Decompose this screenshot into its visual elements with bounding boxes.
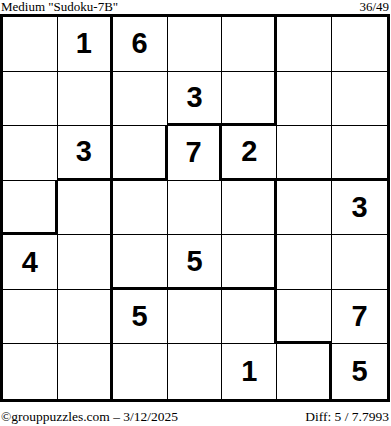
cell-r3c6[interactable] xyxy=(277,126,332,181)
cell-r6c4[interactable] xyxy=(168,290,223,345)
cell-r7c1[interactable] xyxy=(3,344,58,399)
cell-r1c4[interactable] xyxy=(168,17,223,72)
cell-r1c7[interactable] xyxy=(332,17,387,72)
cell-r4c4[interactable] xyxy=(168,181,223,236)
cell-r7c6[interactable] xyxy=(277,344,332,399)
sudoku-board: 1633723455715 xyxy=(0,14,390,402)
cell-r5c6[interactable] xyxy=(277,235,332,290)
cell-r6c5[interactable] xyxy=(222,290,277,345)
cell-r3c5: 2 xyxy=(222,126,277,181)
cell-r6c7: 7 xyxy=(332,290,387,345)
given-digit: 7 xyxy=(352,300,368,333)
cell-r4c5[interactable] xyxy=(222,181,277,236)
cell-r5c7[interactable] xyxy=(332,235,387,290)
given-digit: 3 xyxy=(352,191,368,224)
difficulty-text: Diff: 5 / 7.7993 xyxy=(305,409,389,425)
cell-r7c4[interactable] xyxy=(168,344,223,399)
puzzle-page: Medium "Sudoku-7B" 36/49 1633723455715 ©… xyxy=(0,0,391,426)
given-digit: 1 xyxy=(241,355,257,388)
given-digit: 6 xyxy=(132,27,148,60)
cell-r5c1: 4 xyxy=(3,235,58,290)
cell-r5c5[interactable] xyxy=(222,235,277,290)
cell-r4c2[interactable] xyxy=(58,181,113,236)
cell-r4c1[interactable] xyxy=(3,181,58,236)
cell-r2c1[interactable] xyxy=(3,72,58,127)
given-digit: 5 xyxy=(352,355,368,388)
cell-r7c3[interactable] xyxy=(113,344,168,399)
cell-r1c2: 1 xyxy=(58,17,113,72)
given-digit: 3 xyxy=(76,135,92,168)
given-digit: 5 xyxy=(132,300,148,333)
cell-r5c4: 5 xyxy=(168,235,223,290)
cell-r4c3[interactable] xyxy=(113,181,168,236)
empty-cells-counter: 36/49 xyxy=(359,0,389,14)
cell-r3c7[interactable] xyxy=(332,126,387,181)
cell-r2c4: 3 xyxy=(168,72,223,127)
cell-r2c7[interactable] xyxy=(332,72,387,127)
cell-r2c2[interactable] xyxy=(58,72,113,127)
cell-r3c2: 3 xyxy=(58,126,113,181)
cell-r6c6[interactable] xyxy=(277,290,332,345)
cell-r1c5[interactable] xyxy=(222,17,277,72)
cell-r1c6[interactable] xyxy=(277,17,332,72)
given-digit: 1 xyxy=(76,27,92,60)
cell-r2c3[interactable] xyxy=(113,72,168,127)
given-digit: 2 xyxy=(241,135,257,168)
cell-r5c3[interactable] xyxy=(113,235,168,290)
cell-r1c3: 6 xyxy=(113,17,168,72)
cell-r6c1[interactable] xyxy=(3,290,58,345)
cell-r4c7: 3 xyxy=(332,181,387,236)
given-digit: 7 xyxy=(185,136,201,169)
cell-r6c2[interactable] xyxy=(58,290,113,345)
given-digit: 3 xyxy=(186,81,202,114)
cell-r4c6[interactable] xyxy=(277,181,332,236)
cell-r2c5[interactable] xyxy=(222,72,277,127)
cell-r2c6[interactable] xyxy=(277,72,332,127)
cell-r7c7: 5 xyxy=(332,344,387,399)
cell-r5c2[interactable] xyxy=(58,235,113,290)
cell-r3c1[interactable] xyxy=(3,126,58,181)
puzzle-title: Medium "Sudoku-7B" xyxy=(1,0,118,14)
header: Medium "Sudoku-7B" 36/49 xyxy=(1,0,389,14)
given-digit: 5 xyxy=(186,245,202,278)
cell-r6c3: 5 xyxy=(113,290,168,345)
cell-r7c2[interactable] xyxy=(58,344,113,399)
given-digit: 4 xyxy=(22,246,38,279)
copyright-date-text: ©grouppuzzles.com – 3/12/2025 xyxy=(1,409,178,425)
cell-r7c5: 1 xyxy=(222,344,277,399)
cell-r1c1[interactable] xyxy=(3,17,58,72)
footer: ©grouppuzzles.com – 3/12/2025 Diff: 5 / … xyxy=(1,407,389,425)
cell-r3c3[interactable] xyxy=(113,126,168,181)
cell-r3c4: 7 xyxy=(168,126,223,181)
